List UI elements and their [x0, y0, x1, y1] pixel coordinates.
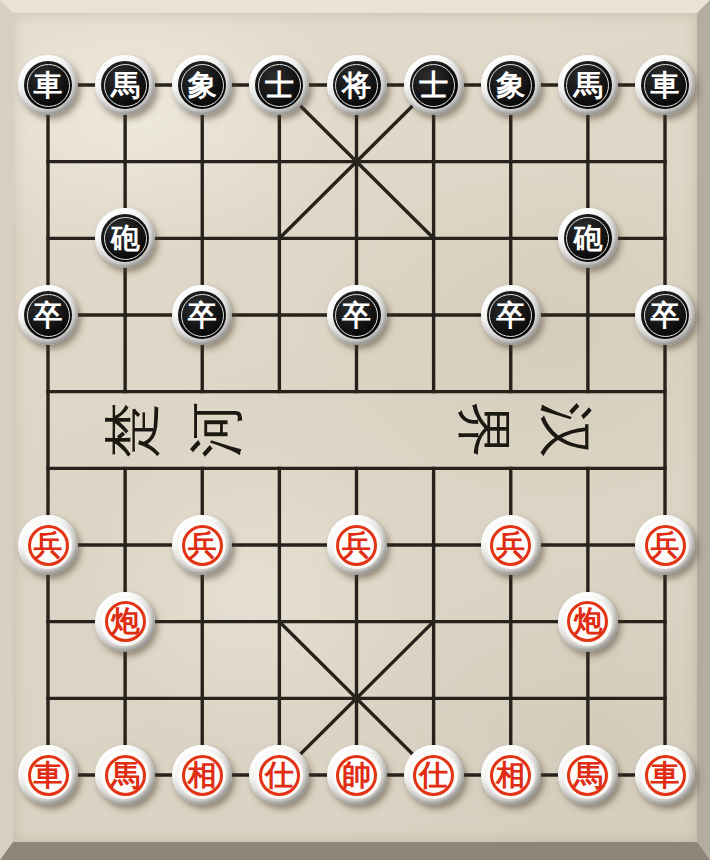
piece-glyph: 卒: [188, 301, 217, 330]
piece-black-general[interactable]: 将: [327, 55, 387, 115]
red-piece-face: 兵: [487, 521, 535, 569]
piece-black-cannon[interactable]: 砲: [558, 208, 618, 268]
piece-black-advisor[interactable]: 士: [404, 55, 464, 115]
piece-glyph: 卒: [34, 301, 63, 330]
black-piece-face: 卒: [24, 291, 72, 339]
black-piece-face: 士: [255, 61, 303, 109]
piece-black-advisor[interactable]: 士: [249, 55, 309, 115]
xiangqi-board: 楚 河 界 汉 車馬象士将士象馬車砲砲卒卒卒卒卒兵兵兵兵兵炮炮車馬相仕帥仕相馬車: [0, 0, 710, 860]
piece-glyph: 馬: [573, 761, 602, 790]
piece-glyph: 士: [419, 71, 448, 100]
piece-black-soldier[interactable]: 卒: [635, 285, 695, 345]
piece-red-soldier[interactable]: 兵: [172, 515, 232, 575]
piece-black-soldier[interactable]: 卒: [172, 285, 232, 345]
red-piece-face: 車: [24, 751, 72, 799]
piece-red-soldier[interactable]: 兵: [481, 515, 541, 575]
black-piece-face: 卒: [487, 291, 535, 339]
piece-glyph: 士: [265, 71, 294, 100]
piece-glyph: 仕: [419, 761, 448, 790]
piece-glyph: 車: [34, 71, 63, 100]
black-piece-face: 士: [410, 61, 458, 109]
piece-red-rook[interactable]: 車: [18, 745, 78, 805]
piece-glyph: 兵: [651, 531, 680, 560]
red-piece-face: 兵: [178, 521, 226, 569]
red-piece-face: 帥: [333, 751, 381, 799]
black-piece-face: 卒: [178, 291, 226, 339]
piece-glyph: 砲: [573, 224, 602, 253]
piece-black-elephant[interactable]: 象: [172, 55, 232, 115]
piece-black-horse[interactable]: 馬: [558, 55, 618, 115]
piece-glyph: 卒: [496, 301, 525, 330]
piece-red-advisor[interactable]: 仕: [249, 745, 309, 805]
red-piece-face: 兵: [333, 521, 381, 569]
piece-glyph: 卒: [342, 301, 371, 330]
board-grid: [0, 0, 710, 860]
piece-red-horse[interactable]: 馬: [558, 745, 618, 805]
black-piece-face: 砲: [101, 214, 149, 262]
red-piece-face: 仕: [410, 751, 458, 799]
black-piece-face: 象: [487, 61, 535, 109]
piece-black-soldier[interactable]: 卒: [481, 285, 541, 345]
piece-red-soldier[interactable]: 兵: [18, 515, 78, 575]
piece-red-cannon[interactable]: 炮: [558, 592, 618, 652]
piece-glyph: 卒: [651, 301, 680, 330]
piece-glyph: 車: [651, 71, 680, 100]
piece-glyph: 相: [188, 761, 217, 790]
piece-glyph: 炮: [111, 607, 140, 636]
piece-red-cannon[interactable]: 炮: [95, 592, 155, 652]
piece-glyph: 炮: [573, 607, 602, 636]
piece-red-rook[interactable]: 車: [635, 745, 695, 805]
black-piece-face: 砲: [564, 214, 612, 262]
piece-glyph: 馬: [573, 71, 602, 100]
piece-red-elephant[interactable]: 相: [481, 745, 541, 805]
piece-red-elephant[interactable]: 相: [172, 745, 232, 805]
piece-red-soldier[interactable]: 兵: [327, 515, 387, 575]
piece-glyph: 車: [651, 761, 680, 790]
piece-glyph: 将: [342, 71, 371, 100]
piece-red-soldier[interactable]: 兵: [635, 515, 695, 575]
red-piece-face: 馬: [101, 751, 149, 799]
black-piece-face: 馬: [101, 61, 149, 109]
piece-glyph: 馬: [111, 71, 140, 100]
red-piece-face: 仕: [255, 751, 303, 799]
piece-glyph: 砲: [111, 224, 140, 253]
black-piece-face: 馬: [564, 61, 612, 109]
piece-black-horse[interactable]: 馬: [95, 55, 155, 115]
black-piece-face: 卒: [641, 291, 689, 339]
piece-glyph: 仕: [265, 761, 294, 790]
piece-glyph: 帥: [342, 761, 371, 790]
piece-glyph: 車: [34, 761, 63, 790]
black-piece-face: 車: [24, 61, 72, 109]
piece-red-advisor[interactable]: 仕: [404, 745, 464, 805]
piece-glyph: 相: [496, 761, 525, 790]
red-piece-face: 兵: [641, 521, 689, 569]
piece-red-general[interactable]: 帥: [327, 745, 387, 805]
black-piece-face: 象: [178, 61, 226, 109]
piece-black-rook[interactable]: 車: [18, 55, 78, 115]
red-piece-face: 馬: [564, 751, 612, 799]
red-piece-face: 相: [487, 751, 535, 799]
piece-black-rook[interactable]: 車: [635, 55, 695, 115]
piece-black-soldier[interactable]: 卒: [327, 285, 387, 345]
red-piece-face: 車: [641, 751, 689, 799]
piece-black-soldier[interactable]: 卒: [18, 285, 78, 345]
piece-glyph: 兵: [342, 531, 371, 560]
black-piece-face: 将: [333, 61, 381, 109]
piece-glyph: 象: [188, 71, 217, 100]
piece-glyph: 兵: [34, 531, 63, 560]
piece-glyph: 象: [496, 71, 525, 100]
red-piece-face: 炮: [564, 598, 612, 646]
piece-glyph: 兵: [496, 531, 525, 560]
piece-glyph: 馬: [111, 761, 140, 790]
piece-glyph: 兵: [188, 531, 217, 560]
red-piece-face: 炮: [101, 598, 149, 646]
red-piece-face: 相: [178, 751, 226, 799]
piece-red-horse[interactable]: 馬: [95, 745, 155, 805]
piece-black-elephant[interactable]: 象: [481, 55, 541, 115]
black-piece-face: 卒: [333, 291, 381, 339]
black-piece-face: 車: [641, 61, 689, 109]
red-piece-face: 兵: [24, 521, 72, 569]
